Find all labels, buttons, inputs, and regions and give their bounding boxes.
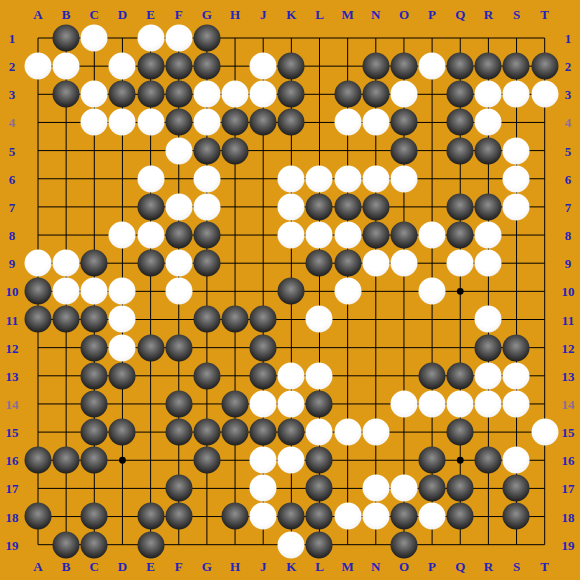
intersection-T19[interactable]: [530, 530, 558, 558]
black-stone-A10[interactable]: [24, 278, 51, 305]
intersection-E8[interactable]: [136, 221, 164, 249]
intersection-D12[interactable]: [108, 333, 136, 361]
intersection-N16[interactable]: [362, 446, 390, 474]
intersection-R6[interactable]: [474, 165, 502, 193]
black-stone-B16[interactable]: [53, 447, 80, 474]
white-stone-F7[interactable]: [165, 193, 192, 220]
intersection-Q15[interactable]: [446, 418, 474, 446]
intersection-O17[interactable]: [390, 474, 418, 502]
intersection-P10[interactable]: [418, 277, 446, 305]
intersection-S13[interactable]: [502, 362, 530, 390]
intersection-E7[interactable]: [136, 193, 164, 221]
white-stone-D8[interactable]: [109, 221, 136, 248]
white-stone-N18[interactable]: [362, 503, 389, 530]
black-stone-E2[interactable]: [137, 53, 164, 80]
intersection-J19[interactable]: [249, 530, 277, 558]
intersection-A19[interactable]: [24, 530, 52, 558]
black-stone-F4[interactable]: [165, 109, 192, 136]
black-stone-A16[interactable]: [24, 447, 51, 474]
intersection-F2[interactable]: [165, 52, 193, 80]
intersection-D8[interactable]: [108, 221, 136, 249]
intersection-O8[interactable]: [390, 221, 418, 249]
intersection-F3[interactable]: [165, 80, 193, 108]
white-stone-C3[interactable]: [81, 81, 108, 108]
intersection-K4[interactable]: [277, 108, 305, 136]
intersection-T18[interactable]: [530, 502, 558, 530]
intersection-F17[interactable]: [165, 474, 193, 502]
intersection-G1[interactable]: [193, 24, 221, 52]
intersection-C4[interactable]: [80, 108, 108, 136]
intersection-E11[interactable]: [136, 305, 164, 333]
white-stone-K8[interactable]: [278, 221, 305, 248]
intersection-R3[interactable]: [474, 80, 502, 108]
intersection-C12[interactable]: [80, 333, 108, 361]
intersection-M19[interactable]: [333, 530, 361, 558]
white-stone-G3[interactable]: [193, 81, 220, 108]
intersection-D10[interactable]: [108, 277, 136, 305]
intersection-F18[interactable]: [165, 502, 193, 530]
black-stone-K2[interactable]: [278, 53, 305, 80]
intersection-G13[interactable]: [193, 362, 221, 390]
intersection-K19[interactable]: [277, 530, 305, 558]
intersection-G10[interactable]: [193, 277, 221, 305]
white-stone-L13[interactable]: [306, 362, 333, 389]
black-stone-L18[interactable]: [306, 503, 333, 530]
black-stone-D13[interactable]: [109, 362, 136, 389]
black-stone-O2[interactable]: [390, 53, 417, 80]
white-stone-R4[interactable]: [475, 109, 502, 136]
intersection-E5[interactable]: [136, 136, 164, 164]
intersection-M9[interactable]: [333, 249, 361, 277]
black-stone-K3[interactable]: [278, 81, 305, 108]
black-stone-C13[interactable]: [81, 362, 108, 389]
intersection-B4[interactable]: [52, 108, 80, 136]
intersection-P8[interactable]: [418, 221, 446, 249]
intersection-T15[interactable]: [530, 418, 558, 446]
intersection-D13[interactable]: [108, 362, 136, 390]
intersection-G16[interactable]: [193, 446, 221, 474]
intersection-D5[interactable]: [108, 136, 136, 164]
intersection-J1[interactable]: [249, 24, 277, 52]
intersection-F7[interactable]: [165, 193, 193, 221]
intersection-L12[interactable]: [305, 333, 333, 361]
intersection-T12[interactable]: [530, 333, 558, 361]
intersection-D19[interactable]: [108, 530, 136, 558]
intersection-R2[interactable]: [474, 52, 502, 80]
intersection-S3[interactable]: [502, 80, 530, 108]
intersection-B1[interactable]: [52, 24, 80, 52]
intersection-J2[interactable]: [249, 52, 277, 80]
black-stone-F14[interactable]: [165, 390, 192, 417]
intersection-T17[interactable]: [530, 474, 558, 502]
white-stone-R14[interactable]: [475, 390, 502, 417]
black-stone-G5[interactable]: [193, 137, 220, 164]
intersection-G7[interactable]: [193, 193, 221, 221]
intersection-H4[interactable]: [221, 108, 249, 136]
intersection-S15[interactable]: [502, 418, 530, 446]
intersection-R10[interactable]: [474, 277, 502, 305]
white-stone-K6[interactable]: [278, 165, 305, 192]
intersection-S12[interactable]: [502, 333, 530, 361]
black-stone-M7[interactable]: [334, 193, 361, 220]
intersection-D9[interactable]: [108, 249, 136, 277]
intersection-H15[interactable]: [221, 418, 249, 446]
white-stone-F9[interactable]: [165, 250, 192, 277]
black-stone-Q4[interactable]: [447, 109, 474, 136]
intersection-C11[interactable]: [80, 305, 108, 333]
intersection-G6[interactable]: [193, 165, 221, 193]
white-stone-C4[interactable]: [81, 109, 108, 136]
intersection-L15[interactable]: [305, 418, 333, 446]
white-stone-K16[interactable]: [278, 447, 305, 474]
intersection-M4[interactable]: [333, 108, 361, 136]
intersection-M18[interactable]: [333, 502, 361, 530]
white-stone-C1[interactable]: [81, 24, 108, 51]
intersection-Q19[interactable]: [446, 530, 474, 558]
intersection-H16[interactable]: [221, 446, 249, 474]
intersection-L7[interactable]: [305, 193, 333, 221]
intersection-E12[interactable]: [136, 333, 164, 361]
black-stone-R16[interactable]: [475, 447, 502, 474]
intersection-M1[interactable]: [333, 24, 361, 52]
intersection-D4[interactable]: [108, 108, 136, 136]
intersection-L16[interactable]: [305, 446, 333, 474]
intersection-D3[interactable]: [108, 80, 136, 108]
intersection-T10[interactable]: [530, 277, 558, 305]
intersection-B7[interactable]: [52, 193, 80, 221]
white-stone-J16[interactable]: [250, 447, 277, 474]
black-stone-A11[interactable]: [24, 306, 51, 333]
intersection-K2[interactable]: [277, 52, 305, 80]
intersection-N4[interactable]: [362, 108, 390, 136]
black-stone-C19[interactable]: [81, 531, 108, 558]
intersection-E19[interactable]: [136, 530, 164, 558]
intersection-D17[interactable]: [108, 474, 136, 502]
intersection-K8[interactable]: [277, 221, 305, 249]
intersection-C10[interactable]: [80, 277, 108, 305]
intersection-O18[interactable]: [390, 502, 418, 530]
white-stone-N17[interactable]: [362, 475, 389, 502]
white-stone-S16[interactable]: [503, 447, 530, 474]
black-stone-O4[interactable]: [390, 109, 417, 136]
intersection-J9[interactable]: [249, 249, 277, 277]
intersection-C5[interactable]: [80, 136, 108, 164]
black-stone-O5[interactable]: [390, 137, 417, 164]
black-stone-B19[interactable]: [53, 531, 80, 558]
black-stone-J12[interactable]: [250, 334, 277, 361]
intersection-K10[interactable]: [277, 277, 305, 305]
intersection-H6[interactable]: [221, 165, 249, 193]
intersection-N15[interactable]: [362, 418, 390, 446]
black-stone-G1[interactable]: [193, 24, 220, 51]
intersection-M8[interactable]: [333, 221, 361, 249]
intersection-T16[interactable]: [530, 446, 558, 474]
white-stone-D4[interactable]: [109, 109, 136, 136]
white-stone-M18[interactable]: [334, 503, 361, 530]
black-stone-E18[interactable]: [137, 503, 164, 530]
intersection-D6[interactable]: [108, 165, 136, 193]
white-stone-D11[interactable]: [109, 306, 136, 333]
intersection-F14[interactable]: [165, 390, 193, 418]
intersection-Q18[interactable]: [446, 502, 474, 530]
intersection-O19[interactable]: [390, 530, 418, 558]
intersection-N2[interactable]: [362, 52, 390, 80]
white-stone-J3[interactable]: [250, 81, 277, 108]
intersection-R9[interactable]: [474, 249, 502, 277]
black-stone-S17[interactable]: [503, 475, 530, 502]
intersection-F5[interactable]: [165, 136, 193, 164]
intersection-F8[interactable]: [165, 221, 193, 249]
intersection-B19[interactable]: [52, 530, 80, 558]
intersection-S18[interactable]: [502, 502, 530, 530]
white-stone-E6[interactable]: [137, 165, 164, 192]
intersection-T9[interactable]: [530, 249, 558, 277]
white-stone-R13[interactable]: [475, 362, 502, 389]
intersection-Q9[interactable]: [446, 249, 474, 277]
intersection-H9[interactable]: [221, 249, 249, 277]
intersection-J13[interactable]: [249, 362, 277, 390]
black-stone-L16[interactable]: [306, 447, 333, 474]
intersection-L6[interactable]: [305, 165, 333, 193]
intersection-A9[interactable]: [24, 249, 52, 277]
white-stone-D2[interactable]: [109, 53, 136, 80]
intersection-H2[interactable]: [221, 52, 249, 80]
intersection-A18[interactable]: [24, 502, 52, 530]
intersection-A1[interactable]: [24, 24, 52, 52]
intersection-S11[interactable]: [502, 305, 530, 333]
intersection-Q10[interactable]: [446, 277, 474, 305]
intersection-N9[interactable]: [362, 249, 390, 277]
intersection-K1[interactable]: [277, 24, 305, 52]
black-stone-K15[interactable]: [278, 418, 305, 445]
white-stone-G7[interactable]: [193, 193, 220, 220]
white-stone-E1[interactable]: [137, 24, 164, 51]
intersection-Q16[interactable]: [446, 446, 474, 474]
intersection-B8[interactable]: [52, 221, 80, 249]
intersection-J14[interactable]: [249, 390, 277, 418]
intersection-H17[interactable]: [221, 474, 249, 502]
black-stone-Q5[interactable]: [447, 137, 474, 164]
black-stone-H14[interactable]: [221, 390, 248, 417]
white-stone-S7[interactable]: [503, 193, 530, 220]
white-stone-P18[interactable]: [418, 503, 445, 530]
intersection-R15[interactable]: [474, 418, 502, 446]
intersection-B12[interactable]: [52, 333, 80, 361]
white-stone-J18[interactable]: [250, 503, 277, 530]
white-stone-G4[interactable]: [193, 109, 220, 136]
intersection-C7[interactable]: [80, 193, 108, 221]
intersection-T6[interactable]: [530, 165, 558, 193]
intersection-J16[interactable]: [249, 446, 277, 474]
intersection-C17[interactable]: [80, 474, 108, 502]
intersection-C2[interactable]: [80, 52, 108, 80]
black-stone-F2[interactable]: [165, 53, 192, 80]
intersection-N7[interactable]: [362, 193, 390, 221]
intersection-M15[interactable]: [333, 418, 361, 446]
intersection-N12[interactable]: [362, 333, 390, 361]
intersection-P19[interactable]: [418, 530, 446, 558]
intersection-N8[interactable]: [362, 221, 390, 249]
intersection-B14[interactable]: [52, 390, 80, 418]
intersection-S14[interactable]: [502, 390, 530, 418]
intersection-A5[interactable]: [24, 136, 52, 164]
black-stone-A18[interactable]: [24, 503, 51, 530]
intersection-D14[interactable]: [108, 390, 136, 418]
intersection-P3[interactable]: [418, 80, 446, 108]
black-stone-J13[interactable]: [250, 362, 277, 389]
white-stone-L6[interactable]: [306, 165, 333, 192]
black-stone-C15[interactable]: [81, 418, 108, 445]
intersection-P12[interactable]: [418, 333, 446, 361]
white-stone-O9[interactable]: [390, 250, 417, 277]
black-stone-H5[interactable]: [221, 137, 248, 164]
black-stone-D3[interactable]: [109, 81, 136, 108]
intersection-L2[interactable]: [305, 52, 333, 80]
intersection-F11[interactable]: [165, 305, 193, 333]
black-stone-N8[interactable]: [362, 221, 389, 248]
intersection-M11[interactable]: [333, 305, 361, 333]
intersection-Q11[interactable]: [446, 305, 474, 333]
intersection-B16[interactable]: [52, 446, 80, 474]
intersection-G5[interactable]: [193, 136, 221, 164]
intersection-J17[interactable]: [249, 474, 277, 502]
black-stone-Q8[interactable]: [447, 221, 474, 248]
intersection-H12[interactable]: [221, 333, 249, 361]
intersection-K15[interactable]: [277, 418, 305, 446]
black-stone-C18[interactable]: [81, 503, 108, 530]
intersection-E6[interactable]: [136, 165, 164, 193]
intersection-T4[interactable]: [530, 108, 558, 136]
intersection-L10[interactable]: [305, 277, 333, 305]
intersection-S9[interactable]: [502, 249, 530, 277]
black-stone-Q18[interactable]: [447, 503, 474, 530]
black-stone-H15[interactable]: [221, 418, 248, 445]
black-stone-R12[interactable]: [475, 334, 502, 361]
intersection-K5[interactable]: [277, 136, 305, 164]
intersection-H3[interactable]: [221, 80, 249, 108]
black-stone-C14[interactable]: [81, 390, 108, 417]
intersection-P15[interactable]: [418, 418, 446, 446]
intersection-Q3[interactable]: [446, 80, 474, 108]
intersection-B13[interactable]: [52, 362, 80, 390]
intersection-D16[interactable]: [108, 446, 136, 474]
white-stone-F10[interactable]: [165, 278, 192, 305]
white-stone-K7[interactable]: [278, 193, 305, 220]
white-stone-M6[interactable]: [334, 165, 361, 192]
intersection-P16[interactable]: [418, 446, 446, 474]
intersection-H8[interactable]: [221, 221, 249, 249]
intersection-S1[interactable]: [502, 24, 530, 52]
intersection-F1[interactable]: [165, 24, 193, 52]
intersection-K14[interactable]: [277, 390, 305, 418]
intersection-K7[interactable]: [277, 193, 305, 221]
intersection-G9[interactable]: [193, 249, 221, 277]
black-stone-G11[interactable]: [193, 306, 220, 333]
intersection-A11[interactable]: [24, 305, 52, 333]
intersection-N19[interactable]: [362, 530, 390, 558]
intersection-T7[interactable]: [530, 193, 558, 221]
intersection-M7[interactable]: [333, 193, 361, 221]
intersection-B11[interactable]: [52, 305, 80, 333]
white-stone-N9[interactable]: [362, 250, 389, 277]
white-stone-K19[interactable]: [278, 531, 305, 558]
intersection-N11[interactable]: [362, 305, 390, 333]
intersection-J11[interactable]: [249, 305, 277, 333]
black-stone-B1[interactable]: [53, 24, 80, 51]
intersection-J7[interactable]: [249, 193, 277, 221]
black-stone-S2[interactable]: [503, 53, 530, 80]
intersection-G4[interactable]: [193, 108, 221, 136]
intersection-T8[interactable]: [530, 221, 558, 249]
intersection-K9[interactable]: [277, 249, 305, 277]
white-stone-P2[interactable]: [418, 53, 445, 80]
intersection-J8[interactable]: [249, 221, 277, 249]
intersection-O4[interactable]: [390, 108, 418, 136]
white-stone-Q14[interactable]: [447, 390, 474, 417]
intersection-H7[interactable]: [221, 193, 249, 221]
black-stone-E3[interactable]: [137, 81, 164, 108]
intersection-J10[interactable]: [249, 277, 277, 305]
intersection-G11[interactable]: [193, 305, 221, 333]
intersection-O15[interactable]: [390, 418, 418, 446]
black-stone-L14[interactable]: [306, 390, 333, 417]
white-stone-J17[interactable]: [250, 475, 277, 502]
intersection-H13[interactable]: [221, 362, 249, 390]
black-stone-Q15[interactable]: [447, 418, 474, 445]
intersection-F4[interactable]: [165, 108, 193, 136]
intersection-S2[interactable]: [502, 52, 530, 80]
intersection-R16[interactable]: [474, 446, 502, 474]
white-stone-P14[interactable]: [418, 390, 445, 417]
white-stone-T15[interactable]: [531, 418, 558, 445]
white-stone-N4[interactable]: [362, 109, 389, 136]
black-stone-C16[interactable]: [81, 447, 108, 474]
white-stone-D12[interactable]: [109, 334, 136, 361]
intersection-R8[interactable]: [474, 221, 502, 249]
intersection-R17[interactable]: [474, 474, 502, 502]
intersection-G14[interactable]: [193, 390, 221, 418]
intersection-S17[interactable]: [502, 474, 530, 502]
intersection-F13[interactable]: [165, 362, 193, 390]
intersection-A15[interactable]: [24, 418, 52, 446]
intersection-P18[interactable]: [418, 502, 446, 530]
intersection-T5[interactable]: [530, 136, 558, 164]
black-stone-J15[interactable]: [250, 418, 277, 445]
intersection-D2[interactable]: [108, 52, 136, 80]
intersection-O5[interactable]: [390, 136, 418, 164]
black-stone-K18[interactable]: [278, 503, 305, 530]
white-stone-K13[interactable]: [278, 362, 305, 389]
intersection-O9[interactable]: [390, 249, 418, 277]
intersection-F19[interactable]: [165, 530, 193, 558]
intersection-J18[interactable]: [249, 502, 277, 530]
intersection-G2[interactable]: [193, 52, 221, 80]
black-stone-Q13[interactable]: [447, 362, 474, 389]
intersection-T2[interactable]: [530, 52, 558, 80]
black-stone-F12[interactable]: [165, 334, 192, 361]
intersection-Q13[interactable]: [446, 362, 474, 390]
white-stone-N6[interactable]: [362, 165, 389, 192]
intersection-L14[interactable]: [305, 390, 333, 418]
white-stone-O14[interactable]: [390, 390, 417, 417]
intersection-E18[interactable]: [136, 502, 164, 530]
intersection-R13[interactable]: [474, 362, 502, 390]
intersection-M13[interactable]: [333, 362, 361, 390]
white-stone-J14[interactable]: [250, 390, 277, 417]
intersection-R5[interactable]: [474, 136, 502, 164]
black-stone-P16[interactable]: [418, 447, 445, 474]
intersection-F9[interactable]: [165, 249, 193, 277]
